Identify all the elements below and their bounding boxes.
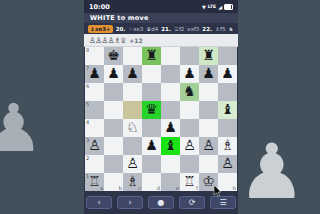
status-icons: ▼ LTE ◢ xyxy=(202,4,233,10)
square-e4[interactable]: ♟ xyxy=(161,119,180,137)
square-d4[interactable] xyxy=(142,119,161,137)
black-queen-d5[interactable]: ♛ xyxy=(142,101,161,119)
file-label-e: e xyxy=(176,185,179,191)
white-knight-c4[interactable]: ♘ xyxy=(123,119,142,137)
file-label-h: h xyxy=(233,185,236,191)
square-b2[interactable] xyxy=(104,155,123,173)
square-f7[interactable]: ♟ xyxy=(180,65,199,83)
square-a2[interactable]: 2 xyxy=(85,155,104,173)
rank-label-2: 2 xyxy=(86,155,89,161)
phone-screenshot: 10:00 ▼ LTE ◢ WHITE to move ♝xe3+ 20.♘xe… xyxy=(84,0,238,214)
white-pawn-h2[interactable]: ♙ xyxy=(218,155,237,173)
square-f5[interactable] xyxy=(180,101,199,119)
engine-icon: ● xyxy=(158,198,165,207)
network-type-label: LTE xyxy=(208,4,216,9)
captured-pieces: ♙♙♙♙♗♕ xyxy=(89,36,126,45)
battery-icon xyxy=(224,4,233,10)
move-number[interactable]: 20. xyxy=(116,26,126,32)
square-e3[interactable]: ♝ xyxy=(161,137,180,155)
square-g4[interactable] xyxy=(199,119,218,137)
prev-move-icon: ‹ xyxy=(97,198,100,207)
move-list[interactable]: 20.♘xe3♛d421.♖f2exf322.♗f5♞ xyxy=(116,26,234,32)
square-b4[interactable] xyxy=(104,119,123,137)
square-h3[interactable]: ♗ xyxy=(218,137,237,155)
white-bishop-c1[interactable]: ♗ xyxy=(123,173,142,191)
white-rook-f1[interactable]: ♖ xyxy=(180,173,199,191)
square-g5[interactable] xyxy=(199,101,218,119)
square-e1[interactable]: e xyxy=(161,173,180,191)
black-pawn-h7[interactable]: ♟ xyxy=(218,65,237,83)
material-bar: ♙♙♙♙♗♕ +12 xyxy=(84,34,238,47)
square-g2[interactable] xyxy=(199,155,218,173)
menu-button[interactable]: ☰ xyxy=(210,196,236,209)
move-token[interactable]: ♛d4 xyxy=(146,26,158,32)
square-e8[interactable] xyxy=(161,47,180,65)
next-move-button[interactable]: › xyxy=(117,196,143,209)
square-a5[interactable]: 5 xyxy=(85,101,104,119)
signal-icon: ◢ xyxy=(218,4,222,10)
square-b3[interactable] xyxy=(104,137,123,155)
square-d6[interactable] xyxy=(142,83,161,101)
board-area: 8♚♜♜7♟♟♟♟♟♟6♞5♛♝4♘♟3♙♟♝♙♙♗2♙♙1a♖bc♗def♖g… xyxy=(84,47,238,191)
black-pawn-f7[interactable]: ♟ xyxy=(180,65,199,83)
square-c6[interactable] xyxy=(123,83,142,101)
black-king-b8[interactable]: ♚ xyxy=(104,47,123,65)
decorative-pawn-left: ♟ xyxy=(0,96,43,162)
square-c7[interactable]: ♟ xyxy=(123,65,142,83)
rank-label-8: 8 xyxy=(86,47,89,53)
square-f8[interactable] xyxy=(180,47,199,65)
black-rook-d8[interactable]: ♜ xyxy=(142,47,161,65)
square-d7[interactable] xyxy=(142,65,161,83)
square-c2[interactable]: ♙ xyxy=(123,155,142,173)
square-f2[interactable] xyxy=(180,155,199,173)
move-strip[interactable]: ♝xe3+ 20.♘xe3♛d421.♖f2exf322.♗f5♞ xyxy=(84,23,238,34)
engine-button[interactable]: ● xyxy=(148,196,174,209)
decorative-pawn-right: ♟ xyxy=(238,134,306,210)
square-d3[interactable]: ♟ xyxy=(142,137,161,155)
move-token[interactable]: ♗f5 xyxy=(215,26,225,32)
refresh-button[interactable]: ⟳ xyxy=(179,196,205,209)
move-number[interactable]: 21. xyxy=(161,26,171,32)
square-c1[interactable]: c♗ xyxy=(123,173,142,191)
square-g3[interactable]: ♙ xyxy=(199,137,218,155)
square-c8[interactable] xyxy=(123,47,142,65)
prev-move-button[interactable]: ‹ xyxy=(86,196,112,209)
square-b7[interactable]: ♟ xyxy=(104,65,123,83)
material-eval: +12 xyxy=(129,37,142,44)
menu-icon: ☰ xyxy=(219,198,226,207)
square-b8[interactable]: ♚ xyxy=(104,47,123,65)
move-token[interactable]: ♞ xyxy=(228,26,233,32)
square-g6[interactable] xyxy=(199,83,218,101)
square-e5[interactable] xyxy=(161,101,180,119)
black-pawn-e4[interactable]: ♟ xyxy=(161,119,180,137)
black-pawn-g7[interactable]: ♟ xyxy=(199,65,218,83)
white-pawn-a3[interactable]: ♙ xyxy=(85,137,104,155)
square-a8[interactable]: 8 xyxy=(85,47,104,65)
mouse-cursor-icon xyxy=(213,185,222,197)
chess-board[interactable]: 8♚♜♜7♟♟♟♟♟♟6♞5♛♝4♘♟3♙♟♝♙♙♗2♙♙1a♖bc♗def♖g… xyxy=(85,47,237,191)
clock-time: 10:00 xyxy=(89,3,110,11)
square-b1[interactable]: b xyxy=(104,173,123,191)
square-c4[interactable]: ♘ xyxy=(123,119,142,137)
square-h8[interactable] xyxy=(218,47,237,65)
square-f3[interactable]: ♙ xyxy=(180,137,199,155)
rank-label-4: 4 xyxy=(86,119,89,125)
square-f1[interactable]: f♖ xyxy=(180,173,199,191)
square-h2[interactable]: ♙ xyxy=(218,155,237,173)
white-bishop-h3[interactable]: ♗ xyxy=(218,137,237,155)
square-f4[interactable] xyxy=(180,119,199,137)
square-h4[interactable] xyxy=(218,119,237,137)
rank-label-6: 6 xyxy=(86,83,89,89)
square-g7[interactable]: ♟ xyxy=(199,65,218,83)
refresh-icon: ⟳ xyxy=(189,198,196,207)
move-token[interactable]: ♖f2 xyxy=(174,26,184,32)
square-e6[interactable] xyxy=(161,83,180,101)
black-pawn-c7[interactable]: ♟ xyxy=(123,65,142,83)
square-h6[interactable] xyxy=(218,83,237,101)
square-a3[interactable]: 3♙ xyxy=(85,137,104,155)
white-pawn-f3[interactable]: ♙ xyxy=(180,137,199,155)
square-c3[interactable] xyxy=(123,137,142,155)
square-c5[interactable] xyxy=(123,101,142,119)
wifi-icon: ▼ xyxy=(202,4,206,10)
rank-label-5: 5 xyxy=(86,101,89,107)
black-knight-f6[interactable]: ♞ xyxy=(180,83,199,101)
square-e2[interactable] xyxy=(161,155,180,173)
square-d2[interactable] xyxy=(142,155,161,173)
turn-indicator-bar: WHITE to move xyxy=(84,13,238,23)
next-move-icon: › xyxy=(128,198,131,207)
turn-to-move-text: WHITE to move xyxy=(90,14,149,22)
square-b5[interactable] xyxy=(104,101,123,119)
square-a6[interactable]: 6 xyxy=(85,83,104,101)
last-move-badge[interactable]: ♝xe3+ xyxy=(88,25,113,33)
white-pawn-g3[interactable]: ♙ xyxy=(199,137,218,155)
black-bishop-h5[interactable]: ♝ xyxy=(218,101,237,119)
white-pawn-c2[interactable]: ♙ xyxy=(123,155,142,173)
move-token[interactable]: ♘xe3 xyxy=(128,26,143,32)
square-g8[interactable]: ♜ xyxy=(199,47,218,65)
black-bishop-e3[interactable]: ♝ xyxy=(161,137,180,155)
black-pawn-d3[interactable]: ♟ xyxy=(142,137,161,155)
black-pawn-a7[interactable]: ♟ xyxy=(85,65,104,83)
square-e7[interactable] xyxy=(161,65,180,83)
black-rook-g8[interactable]: ♜ xyxy=(199,47,218,65)
square-a7[interactable]: 7♟ xyxy=(85,65,104,83)
black-pawn-b7[interactable]: ♟ xyxy=(104,65,123,83)
square-a4[interactable]: 4 xyxy=(85,119,104,137)
square-d8[interactable]: ♜ xyxy=(142,47,161,65)
white-rook-a1[interactable]: ♖ xyxy=(85,173,104,191)
file-label-b: b xyxy=(119,185,122,191)
status-bar: 10:00 ▼ LTE ◢ xyxy=(84,0,238,13)
square-d5[interactable]: ♛ xyxy=(142,101,161,119)
square-a1[interactable]: 1a♖ xyxy=(85,173,104,191)
move-number[interactable]: 22. xyxy=(202,26,212,32)
square-h5[interactable]: ♝ xyxy=(218,101,237,119)
move-token[interactable]: exf3 xyxy=(187,26,199,32)
square-d1[interactable]: d xyxy=(142,173,161,191)
square-f6[interactable]: ♞ xyxy=(180,83,199,101)
square-b6[interactable] xyxy=(104,83,123,101)
square-h7[interactable]: ♟ xyxy=(218,65,237,83)
file-label-d: d xyxy=(157,185,160,191)
